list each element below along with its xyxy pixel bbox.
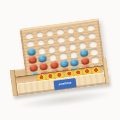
empty-hole: [88, 32, 96, 39]
empty-hole: [27, 40, 35, 47]
empty-hole: [76, 25, 84, 32]
empty-hole: [66, 27, 74, 34]
empty-hole: [37, 39, 45, 46]
brand-label-text: small foot: [58, 81, 71, 86]
empty-hole: [38, 47, 46, 54]
empty-hole: [49, 54, 57, 61]
game-photo-scene: small foot: [0, 0, 120, 119]
empty-hole: [68, 43, 76, 50]
empty-hole: [56, 28, 64, 35]
empty-hole: [25, 32, 33, 39]
empty-hole: [67, 35, 75, 42]
empty-hole: [36, 31, 44, 38]
empty-hole: [79, 41, 87, 48]
empty-hole: [77, 33, 85, 40]
empty-hole: [87, 24, 95, 31]
brand-label: small foot: [53, 78, 76, 90]
empty-hole: [48, 45, 56, 52]
empty-hole: [46, 29, 54, 36]
empty-hole: [91, 56, 99, 63]
empty-hole: [90, 48, 98, 55]
empty-hole: [58, 44, 66, 51]
empty-hole: [89, 40, 97, 47]
empty-hole: [57, 36, 65, 43]
empty-hole: [69, 51, 77, 58]
empty-hole: [59, 52, 67, 59]
empty-hole: [47, 37, 55, 44]
